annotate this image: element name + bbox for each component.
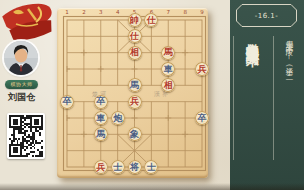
piece-black: 炮 — [111, 111, 125, 125]
column-number: 4 — [116, 9, 120, 15]
brand-calligraphy-logo-icon — [2, 2, 58, 48]
instructor-name: 刘国仓 — [0, 91, 43, 104]
piece-red: 仕 — [128, 29, 142, 43]
piece-red: 兵 — [94, 160, 108, 174]
column-number: 3 — [99, 9, 103, 15]
piece-black: 卒 — [195, 111, 209, 125]
column-number: 1 — [65, 9, 69, 15]
column-number: 2 — [82, 9, 86, 15]
lesson-title-panel: -16.1- 象棋中局理论与战术 中局战术手段——运子(二) — [230, 0, 304, 190]
lesson-subtitle: 中局战术手段——运子(二) — [284, 34, 294, 74]
piece-black: 車 — [94, 111, 108, 125]
bottom-vignette — [0, 183, 304, 190]
piece-black: 卒 — [60, 95, 74, 109]
qr-pattern — [9, 115, 43, 157]
piece-red: 馬 — [161, 46, 175, 60]
instructor-avatar — [4, 41, 38, 75]
piece-red: 仕 — [144, 13, 158, 27]
piece-black: 卒 — [94, 95, 108, 109]
piece-red: 兵 — [195, 62, 209, 76]
piece-black: 士 — [144, 160, 158, 174]
piece-black: 車 — [161, 62, 175, 76]
xiangqi-board: 123456789 楚河 漢界 帥仕仕相馬車兵馬相卒卒兵車炮卒馬象兵士将士 — [57, 8, 208, 178]
piece-red: 相 — [161, 78, 175, 92]
video-frame: 棋协大师 刘国仓 123456789 楚河 漢界 帥仕仕相馬車兵馬相卒卒兵車炮卒… — [0, 0, 304, 190]
piece-red: 相 — [128, 46, 142, 60]
piece-red: 兵 — [128, 95, 142, 109]
lesson-main-title: 象棋中局理论与战术 — [243, 32, 261, 45]
column-number: 8 — [183, 9, 187, 15]
lesson-titles: 象棋中局理论与战术 中局战术手段——运子(二) — [233, 32, 304, 168]
piece-black: 馬 — [94, 127, 108, 141]
instructor-title-badge: 棋协大师 — [5, 80, 38, 89]
qr-code — [7, 113, 45, 159]
episode-number: -16.1- — [236, 4, 297, 27]
piece-black: 馬 — [128, 78, 142, 92]
piece-black: 象 — [128, 127, 142, 141]
divider-line — [233, 36, 234, 160]
column-number: 7 — [167, 9, 171, 15]
column-number: 9 — [200, 9, 204, 15]
piece-red: 帥 — [128, 13, 142, 27]
divider-line — [273, 36, 274, 160]
piece-black: 将 — [128, 160, 142, 174]
qr-module — [41, 155, 43, 157]
instructor-portrait-icon — [4, 41, 38, 75]
piece-black: 士 — [111, 160, 125, 174]
